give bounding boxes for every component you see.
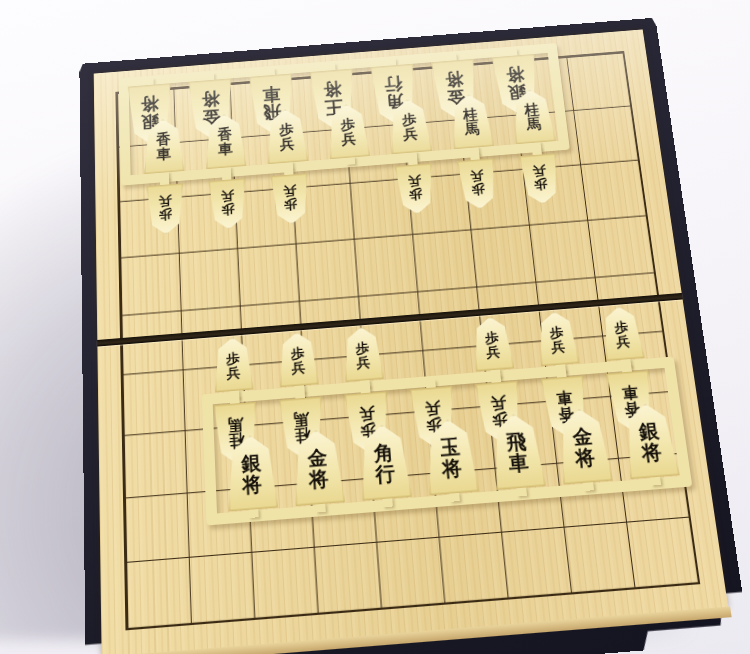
- piece-kanji-label: 歩兵: [159, 194, 173, 224]
- piece-kanji-label: 金将: [307, 443, 329, 491]
- piece-kanji-label: 歩兵: [408, 174, 423, 204]
- piece-kanji-label: 銀将: [637, 417, 663, 464]
- piece-kanji-label: 歩兵: [484, 327, 501, 359]
- board-wood-surface: 銀将金将飛車王将角行金将銀将香車香車歩兵歩兵歩兵桂馬桂馬歩兵歩兵歩兵歩兵歩兵歩兵…: [94, 29, 729, 654]
- piece-kanji-label: 桂馬: [524, 100, 542, 133]
- piece-kanji-label: 歩兵: [340, 114, 357, 147]
- piece-kanji-label: 歩兵: [470, 169, 486, 199]
- piece-kanji-label: 歩兵: [290, 343, 305, 375]
- piece-kanji-label: 金将: [571, 422, 596, 469]
- piece-kanji-label: 銀将: [241, 449, 263, 497]
- piece-kanji-label: 歩兵: [613, 317, 630, 349]
- piece-kanji-label: 角行: [373, 438, 396, 486]
- piece-kanji-label: 歩兵: [532, 164, 548, 194]
- piece-kanji-label: 玉将: [439, 433, 463, 480]
- piece-kanji-label: 歩兵: [549, 322, 566, 354]
- piece-kanji-label: 香車: [156, 129, 171, 162]
- piece-kanji-label: 歩兵: [283, 184, 298, 214]
- piece-kanji-label: 歩兵: [278, 119, 294, 152]
- shogi-set-scene: 銀将金将飛車王将角行金将銀将香車香車歩兵歩兵歩兵桂馬桂馬歩兵歩兵歩兵歩兵歩兵歩兵…: [94, 29, 729, 654]
- piece-kanji-label: 香車: [217, 124, 233, 157]
- product-photo: { "game": "shogi", "scene": "Overhead ph…: [0, 0, 750, 654]
- piece-kanji-label: 桂馬: [462, 105, 480, 138]
- piece-kanji-label: 歩兵: [221, 189, 235, 219]
- piece-kanji-label: 飛車: [505, 427, 529, 474]
- piece-kanji-label: 歩兵: [226, 348, 241, 380]
- piece-kanji-label: 歩兵: [355, 338, 371, 370]
- piece-kanji-label: 歩兵: [401, 109, 418, 142]
